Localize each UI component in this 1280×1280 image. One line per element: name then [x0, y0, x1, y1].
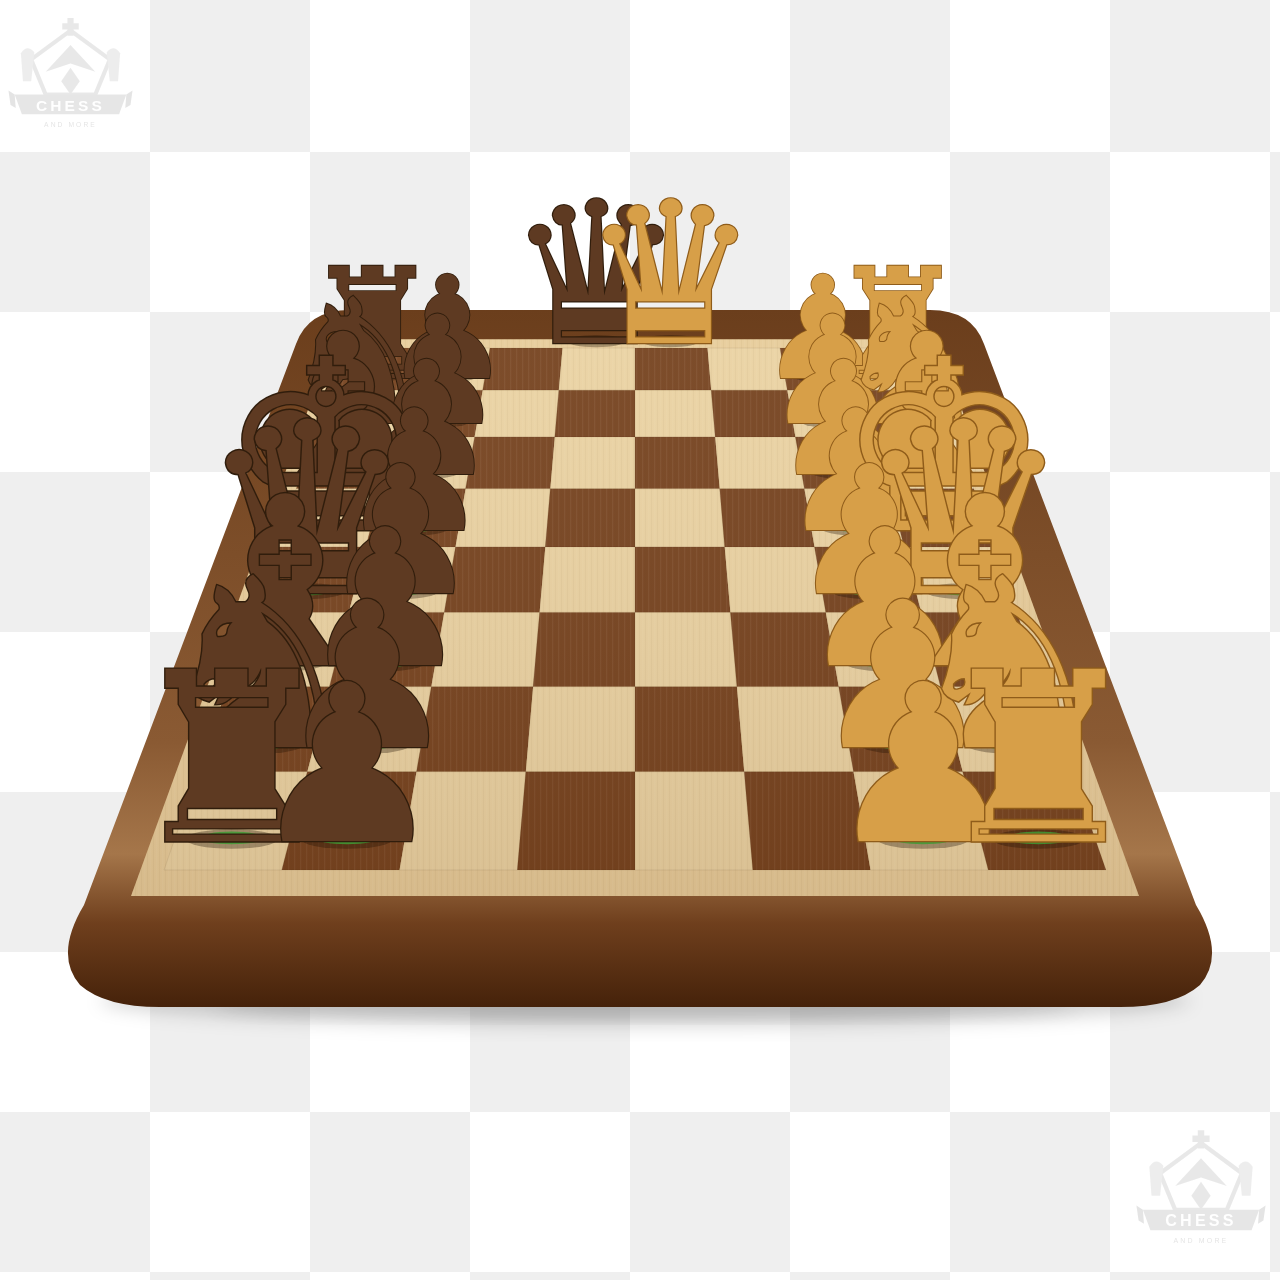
- piece-extra-light-queen: ♛: [582, 159, 760, 390]
- watermark-subtitle: AND MORE: [1174, 1237, 1229, 1244]
- watermark-bottom-right: CHESS AND MORE: [1136, 1128, 1266, 1255]
- chess-board: ♛♛♜♟♟♜♞♟♟♞♝♟♟♝♚♟♟♚♛♟♟♛♝♟♟♝♞♟♟♞♜♟♟♜: [0, 0, 1280, 1280]
- watermark-subtitle: AND MORE: [44, 121, 97, 128]
- piece-light-rook-a1: ♜: [933, 622, 1145, 897]
- product-photo-chess-set: ♛♛♜♟♟♜♞♟♟♞♝♟♟♝♚♟♟♚♛♟♟♛♝♟♟♝♞♟♟♞♜♟♟♜ CHESS…: [0, 0, 1280, 1280]
- watermark-title: CHESS: [36, 97, 105, 114]
- watermark-top-left: CHESS AND MORE: [8, 16, 133, 138]
- piece-dark-pawn-a7: ♟: [249, 638, 445, 893]
- watermark-title: CHESS: [1165, 1211, 1237, 1229]
